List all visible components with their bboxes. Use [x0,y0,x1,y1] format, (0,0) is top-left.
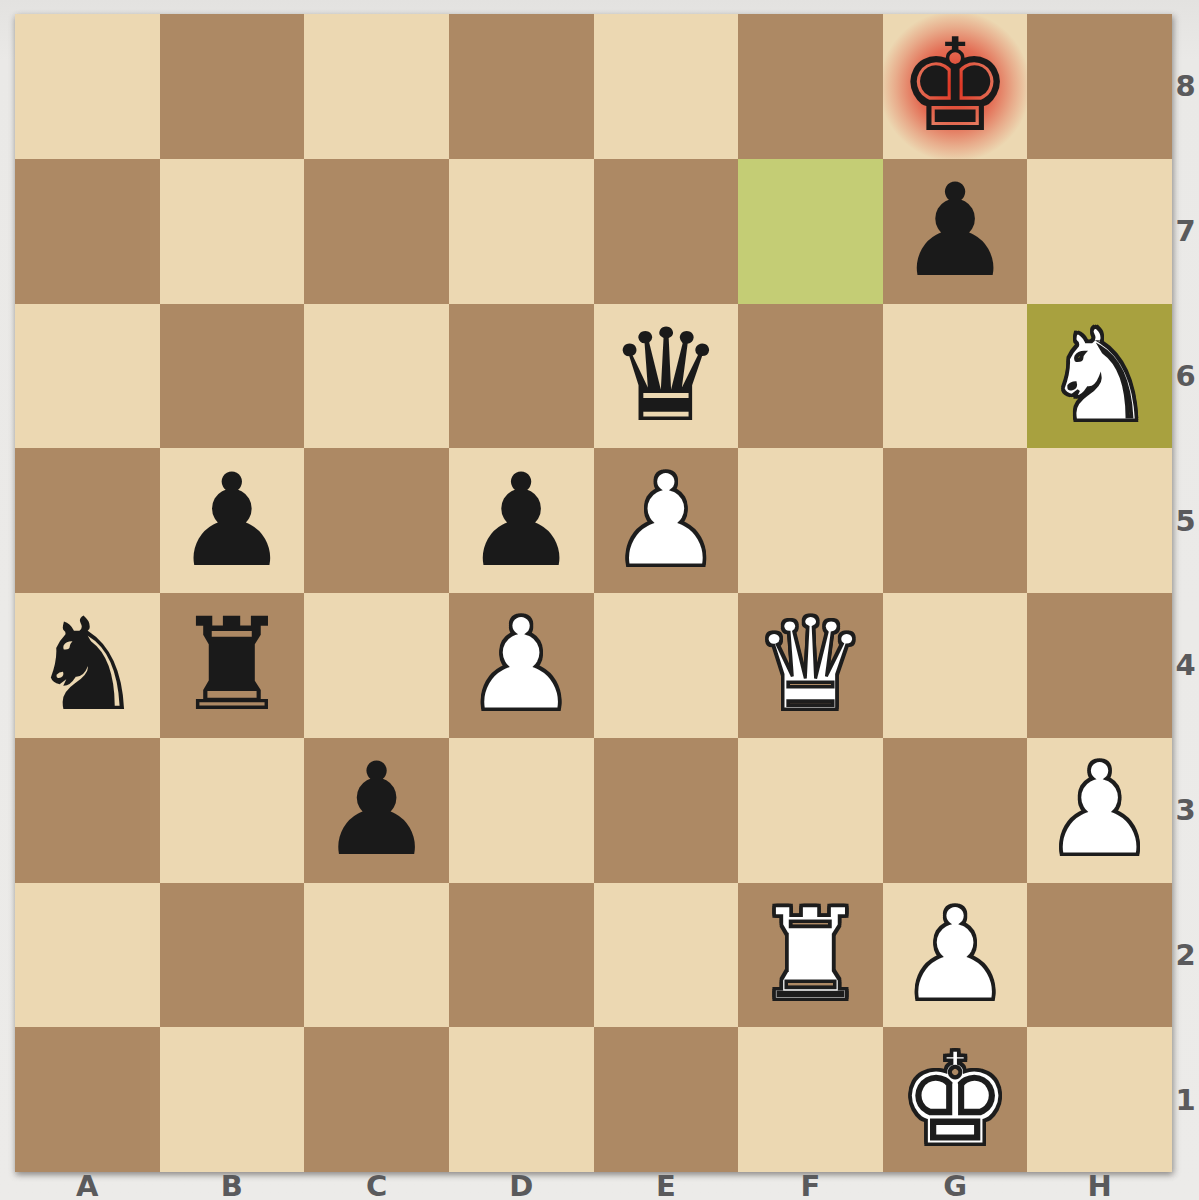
square-c6[interactable] [304,304,449,449]
square-f6[interactable] [738,304,883,449]
square-a7[interactable] [15,159,160,304]
square-a5[interactable] [15,448,160,593]
rank-label-5: 5 [1172,448,1199,593]
file-label-g: G [883,1172,1028,1200]
square-g2[interactable]: ♟ [883,883,1028,1028]
square-d6[interactable] [449,304,594,449]
piece-white-pawn[interactable]: ♟ [608,457,723,585]
square-d4[interactable]: ♟ [449,593,594,738]
file-label-a: A [15,1172,160,1200]
rank-label-6: 6 [1172,304,1199,449]
square-c8[interactable] [304,14,449,159]
piece-black-pawn[interactable]: ♟ [464,457,579,585]
square-f5[interactable] [738,448,883,593]
chess-board: ♚♟♛♞♟♟♟♞♜♟♛♟♟♜♟♚ [15,14,1172,1172]
square-c2[interactable] [304,883,449,1028]
file-label-d: D [449,1172,594,1200]
square-h6[interactable]: ♞ [1027,304,1172,449]
square-a6[interactable] [15,304,160,449]
square-h2[interactable] [1027,883,1172,1028]
file-label-f: F [738,1172,883,1200]
square-a2[interactable] [15,883,160,1028]
square-e8[interactable] [594,14,739,159]
piece-black-king[interactable]: ♚ [898,22,1013,150]
square-f2[interactable]: ♜ [738,883,883,1028]
rank-label-2: 2 [1172,883,1199,1028]
square-e1[interactable] [594,1027,739,1172]
square-a8[interactable] [15,14,160,159]
square-e3[interactable] [594,738,739,883]
square-f7[interactable] [738,159,883,304]
file-label-c: C [304,1172,449,1200]
piece-black-knight[interactable]: ♞ [30,601,145,729]
piece-white-pawn[interactable]: ♟ [1042,746,1157,874]
piece-black-pawn[interactable]: ♟ [319,746,434,874]
square-a4[interactable]: ♞ [15,593,160,738]
piece-black-pawn[interactable]: ♟ [175,457,290,585]
file-label-b: B [160,1172,305,1200]
piece-white-pawn[interactable]: ♟ [464,601,579,729]
square-h8[interactable] [1027,14,1172,159]
square-c4[interactable] [304,593,449,738]
square-h7[interactable] [1027,159,1172,304]
square-c5[interactable] [304,448,449,593]
square-h3[interactable]: ♟ [1027,738,1172,883]
square-e7[interactable] [594,159,739,304]
piece-white-queen[interactable]: ♛ [753,601,868,729]
piece-black-pawn[interactable]: ♟ [898,167,1013,295]
square-d7[interactable] [449,159,594,304]
square-e4[interactable] [594,593,739,738]
square-c1[interactable] [304,1027,449,1172]
rank-label-1: 1 [1172,1027,1199,1172]
square-a1[interactable] [15,1027,160,1172]
square-g5[interactable] [883,448,1028,593]
square-d5[interactable]: ♟ [449,448,594,593]
square-b3[interactable] [160,738,305,883]
square-d3[interactable] [449,738,594,883]
square-c7[interactable] [304,159,449,304]
square-f4[interactable]: ♛ [738,593,883,738]
square-f3[interactable] [738,738,883,883]
square-b8[interactable] [160,14,305,159]
square-d2[interactable] [449,883,594,1028]
square-f1[interactable] [738,1027,883,1172]
piece-black-queen[interactable]: ♛ [608,312,723,440]
square-b5[interactable]: ♟ [160,448,305,593]
square-f8[interactable] [738,14,883,159]
square-d8[interactable] [449,14,594,159]
square-b1[interactable] [160,1027,305,1172]
square-e6[interactable]: ♛ [594,304,739,449]
square-e2[interactable] [594,883,739,1028]
square-g7[interactable]: ♟ [883,159,1028,304]
square-b2[interactable] [160,883,305,1028]
square-g4[interactable] [883,593,1028,738]
piece-black-rook[interactable]: ♜ [175,601,290,729]
file-label-e: E [594,1172,739,1200]
square-g6[interactable] [883,304,1028,449]
square-h1[interactable] [1027,1027,1172,1172]
square-d1[interactable] [449,1027,594,1172]
square-b6[interactable] [160,304,305,449]
piece-white-rook[interactable]: ♜ [753,891,868,1019]
piece-white-pawn[interactable]: ♟ [898,891,1013,1019]
rank-label-4: 4 [1172,593,1199,738]
piece-white-king[interactable]: ♚ [898,1036,1013,1164]
square-e5[interactable]: ♟ [594,448,739,593]
square-g1[interactable]: ♚ [883,1027,1028,1172]
piece-white-knight[interactable]: ♞ [1042,312,1157,440]
square-c3[interactable]: ♟ [304,738,449,883]
rank-label-3: 3 [1172,738,1199,883]
file-label-h: H [1027,1172,1172,1200]
rank-label-8: 8 [1172,14,1199,159]
square-h5[interactable] [1027,448,1172,593]
square-a3[interactable] [15,738,160,883]
rank-label-7: 7 [1172,159,1199,304]
square-h4[interactable] [1027,593,1172,738]
square-g8[interactable]: ♚ [883,14,1028,159]
square-b4[interactable]: ♜ [160,593,305,738]
square-g3[interactable] [883,738,1028,883]
chess-app: ♚♟♛♞♟♟♟♞♜♟♛♟♟♜♟♚ ABCDEFGH87654321 [0,0,1199,1200]
square-b7[interactable] [160,159,305,304]
